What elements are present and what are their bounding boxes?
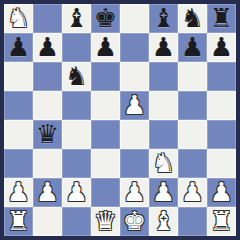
square-e6[interactable]	[120, 62, 149, 91]
square-a1[interactable]: ♜︎	[4, 207, 33, 236]
piece-black-knight[interactable]: ♞︎	[65, 62, 88, 91]
square-d2[interactable]	[91, 178, 120, 207]
square-b7[interactable]: ♟︎	[33, 33, 62, 62]
square-f3[interactable]: ♞︎	[149, 149, 178, 178]
square-a7[interactable]: ♟︎	[4, 33, 33, 62]
square-a5[interactable]	[4, 91, 33, 120]
piece-black-king[interactable]: ♚︎	[94, 4, 117, 33]
piece-white-rook[interactable]: ♜︎	[7, 207, 30, 236]
square-f1[interactable]: ♝︎	[149, 207, 178, 236]
square-g6[interactable]	[178, 62, 207, 91]
piece-white-knight[interactable]: ♞︎	[7, 4, 30, 33]
piece-white-rook[interactable]: ♜︎	[210, 207, 233, 236]
square-b1[interactable]	[33, 207, 62, 236]
square-d3[interactable]	[91, 149, 120, 178]
square-g1[interactable]	[178, 207, 207, 236]
piece-white-pawn[interactable]: ♟︎	[123, 91, 146, 120]
piece-black-pawn[interactable]: ♟︎	[181, 33, 204, 62]
square-d8[interactable]: ♚︎	[91, 4, 120, 33]
piece-black-pawn[interactable]: ♟︎	[152, 33, 175, 62]
square-b4[interactable]: ♛︎	[33, 120, 62, 149]
square-h8[interactable]: ♜︎	[207, 4, 236, 33]
square-b3[interactable]	[33, 149, 62, 178]
square-c1[interactable]	[62, 207, 91, 236]
chess-board-frame: ♞︎♝︎♚︎♝︎♞︎♜︎♟︎♟︎♟︎♟︎♟︎♟︎♞︎♟︎♛︎♞︎♟︎♟︎♟︎♟︎…	[0, 0, 240, 240]
piece-black-bishop[interactable]: ♝︎	[152, 4, 175, 33]
square-f6[interactable]	[149, 62, 178, 91]
piece-white-pawn[interactable]: ♟︎	[7, 178, 30, 207]
piece-white-pawn[interactable]: ♟︎	[181, 178, 204, 207]
square-d7[interactable]: ♟︎	[91, 33, 120, 62]
square-h5[interactable]	[207, 91, 236, 120]
square-c2[interactable]: ♟︎	[62, 178, 91, 207]
piece-black-pawn[interactable]: ♟︎	[210, 33, 233, 62]
square-f2[interactable]: ♟︎	[149, 178, 178, 207]
square-c4[interactable]	[62, 120, 91, 149]
chess-board: ♞︎♝︎♚︎♝︎♞︎♜︎♟︎♟︎♟︎♟︎♟︎♟︎♞︎♟︎♛︎♞︎♟︎♟︎♟︎♟︎…	[4, 4, 236, 236]
square-d4[interactable]	[91, 120, 120, 149]
piece-black-pawn[interactable]: ♟︎	[36, 33, 59, 62]
square-f4[interactable]	[149, 120, 178, 149]
square-e8[interactable]	[120, 4, 149, 33]
square-g7[interactable]: ♟︎	[178, 33, 207, 62]
square-b8[interactable]	[33, 4, 62, 33]
square-a2[interactable]: ♟︎	[4, 178, 33, 207]
piece-black-pawn[interactable]: ♟︎	[94, 33, 117, 62]
square-h2[interactable]: ♟︎	[207, 178, 236, 207]
square-e2[interactable]: ♟︎	[120, 178, 149, 207]
square-e4[interactable]	[120, 120, 149, 149]
square-f7[interactable]: ♟︎	[149, 33, 178, 62]
piece-white-pawn[interactable]: ♟︎	[210, 178, 233, 207]
piece-white-pawn[interactable]: ♟︎	[152, 178, 175, 207]
piece-black-rook[interactable]: ♜︎	[210, 4, 233, 33]
piece-white-pawn[interactable]: ♟︎	[36, 178, 59, 207]
square-c7[interactable]	[62, 33, 91, 62]
square-a6[interactable]	[4, 62, 33, 91]
piece-black-bishop[interactable]: ♝︎	[65, 4, 88, 33]
square-a4[interactable]	[4, 120, 33, 149]
square-h4[interactable]	[207, 120, 236, 149]
square-f5[interactable]	[149, 91, 178, 120]
square-b5[interactable]	[33, 91, 62, 120]
square-e3[interactable]	[120, 149, 149, 178]
square-b2[interactable]: ♟︎	[33, 178, 62, 207]
square-a8[interactable]: ♞︎	[4, 4, 33, 33]
square-c8[interactable]: ♝︎	[62, 4, 91, 33]
piece-white-knight[interactable]: ♞︎	[152, 149, 175, 178]
square-h7[interactable]: ♟︎	[207, 33, 236, 62]
square-e7[interactable]	[120, 33, 149, 62]
piece-black-pawn[interactable]: ♟︎	[7, 33, 30, 62]
square-h1[interactable]: ♜︎	[207, 207, 236, 236]
square-c5[interactable]	[62, 91, 91, 120]
square-g2[interactable]: ♟︎	[178, 178, 207, 207]
square-e1[interactable]: ♚︎	[120, 207, 149, 236]
square-d5[interactable]	[91, 91, 120, 120]
square-c3[interactable]	[62, 149, 91, 178]
square-g5[interactable]	[178, 91, 207, 120]
square-g3[interactable]	[178, 149, 207, 178]
piece-black-queen[interactable]: ♛︎	[36, 120, 59, 149]
piece-white-pawn[interactable]: ♟︎	[123, 178, 146, 207]
square-h6[interactable]	[207, 62, 236, 91]
piece-black-knight[interactable]: ♞︎	[181, 4, 204, 33]
square-h3[interactable]	[207, 149, 236, 178]
square-c6[interactable]: ♞︎	[62, 62, 91, 91]
square-e5[interactable]: ♟︎	[120, 91, 149, 120]
piece-white-pawn[interactable]: ♟︎	[65, 178, 88, 207]
square-f8[interactable]: ♝︎	[149, 4, 178, 33]
square-g8[interactable]: ♞︎	[178, 4, 207, 33]
piece-white-queen[interactable]: ♛︎	[94, 207, 117, 236]
square-d1[interactable]: ♛︎	[91, 207, 120, 236]
piece-white-king[interactable]: ♚︎	[123, 207, 146, 236]
square-b6[interactable]	[33, 62, 62, 91]
square-g4[interactable]	[178, 120, 207, 149]
square-d6[interactable]	[91, 62, 120, 91]
square-a3[interactable]	[4, 149, 33, 178]
piece-white-bishop[interactable]: ♝︎	[152, 207, 175, 236]
